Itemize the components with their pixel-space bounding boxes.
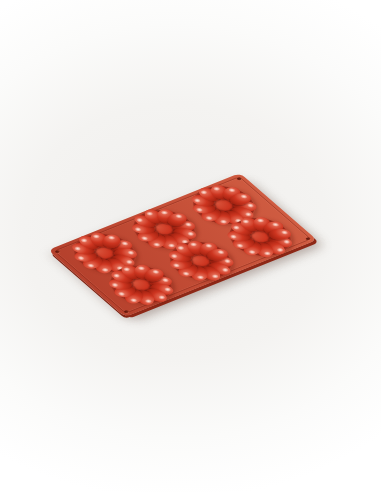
fixing-hole [123,310,129,314]
fixing-hole [305,237,311,241]
product-photo [0,0,381,492]
